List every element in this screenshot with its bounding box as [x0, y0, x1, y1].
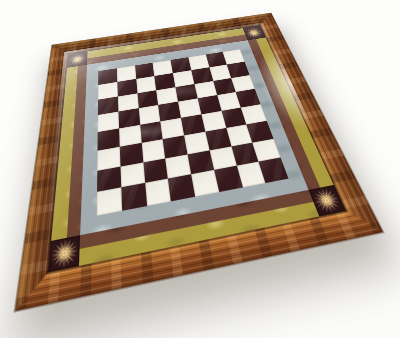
board-square-r8c2	[121, 183, 147, 211]
board-square-r8c3	[145, 179, 171, 206]
board-square-r8c1	[97, 188, 122, 216]
photo-background	[0, 0, 400, 338]
games-board	[15, 13, 383, 311]
